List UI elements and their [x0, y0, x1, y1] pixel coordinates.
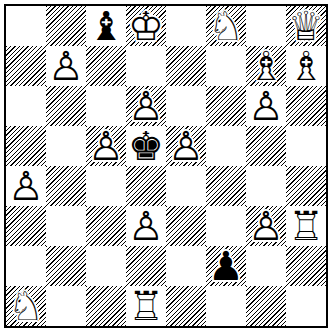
square-f3: [206, 206, 246, 246]
square-c2: [86, 246, 126, 286]
piece-glyph: ♙: [126, 206, 166, 246]
white-king-d8: ♚♔: [126, 6, 166, 46]
square-h1: [286, 286, 326, 326]
square-f6: [206, 86, 246, 126]
white-pawn-g6: ♟♙: [246, 86, 286, 126]
square-a7: [6, 46, 46, 86]
square-a5: [6, 126, 46, 166]
piece-glyph: ♙: [246, 206, 286, 246]
square-c4: [86, 166, 126, 206]
square-a6: [6, 86, 46, 126]
piece-glyph: ♖: [286, 206, 326, 246]
piece-glyph: ♙: [246, 86, 286, 126]
square-f7: [206, 46, 246, 86]
white-knight-a1: ♞♘: [6, 286, 46, 326]
square-h3: ♜♖: [286, 206, 326, 246]
white-pawn-e5: ♟♙: [166, 126, 206, 166]
square-d8: ♚♔: [126, 6, 166, 46]
square-f1: [206, 286, 246, 326]
square-f4: [206, 166, 246, 206]
white-pawn-g3: ♟♙: [246, 206, 286, 246]
square-d1: ♜♖: [126, 286, 166, 326]
square-e2: [166, 246, 206, 286]
square-a4: ♟♙: [6, 166, 46, 206]
square-c6: [86, 86, 126, 126]
square-a1: ♞♘: [6, 286, 46, 326]
piece-glyph: ♘: [206, 6, 246, 46]
white-pawn-d6: ♟♙: [126, 86, 166, 126]
square-d5: ♚♚: [126, 126, 166, 166]
piece-glyph: ♖: [126, 286, 166, 326]
white-bishop-h7: ♝♗: [286, 46, 326, 86]
square-c1: [86, 286, 126, 326]
square-g5: [246, 126, 286, 166]
square-g4: [246, 166, 286, 206]
piece-glyph: ♗: [246, 46, 286, 86]
piece-glyph: ♝: [86, 6, 126, 46]
square-c5: ♟♙: [86, 126, 126, 166]
square-b7: ♟♙: [46, 46, 86, 86]
square-b3: [46, 206, 86, 246]
square-e1: [166, 286, 206, 326]
square-b5: [46, 126, 86, 166]
white-pawn-b7: ♟♙: [46, 46, 86, 86]
square-b4: [46, 166, 86, 206]
white-pawn-c5: ♟♙: [86, 126, 126, 166]
square-d3: ♟♙: [126, 206, 166, 246]
square-g1: [246, 286, 286, 326]
piece-glyph: ♔: [126, 6, 166, 46]
square-g7: ♝♗: [246, 46, 286, 86]
piece-glyph: ♙: [86, 126, 126, 166]
white-rook-h3: ♜♖: [286, 206, 326, 246]
piece-glyph: ♚: [126, 126, 166, 166]
chess-diagram: ♝♝♚♔♞♘♛♕♟♙♝♗♝♗♟♙♟♙♟♙♚♚♟♙♟♙♟♙♟♙♜♖♟♟♞♘♜♖: [0, 0, 332, 332]
square-b6: [46, 86, 86, 126]
white-knight-f8: ♞♘: [206, 6, 246, 46]
square-f8: ♞♘: [206, 6, 246, 46]
square-e4: [166, 166, 206, 206]
square-d4: [126, 166, 166, 206]
square-d2: [126, 246, 166, 286]
piece-glyph: ♙: [166, 126, 206, 166]
square-f2: ♟♟: [206, 246, 246, 286]
square-g2: [246, 246, 286, 286]
square-h2: [286, 246, 326, 286]
square-b8: [46, 6, 86, 46]
square-g6: ♟♙: [246, 86, 286, 126]
square-d7: [126, 46, 166, 86]
square-b2: [46, 246, 86, 286]
square-c7: [86, 46, 126, 86]
square-h8: ♛♕: [286, 6, 326, 46]
square-a2: [6, 246, 46, 286]
square-e7: [166, 46, 206, 86]
square-d6: ♟♙: [126, 86, 166, 126]
black-pawn-f2: ♟♟: [206, 246, 246, 286]
square-h5: [286, 126, 326, 166]
square-c8: ♝♝: [86, 6, 126, 46]
black-king-d5: ♚♚: [126, 126, 166, 166]
square-g8: [246, 6, 286, 46]
square-h7: ♝♗: [286, 46, 326, 86]
square-h6: [286, 86, 326, 126]
square-a8: [6, 6, 46, 46]
square-c3: [86, 206, 126, 246]
white-pawn-a4: ♟♙: [6, 166, 46, 206]
square-g3: ♟♙: [246, 206, 286, 246]
piece-glyph: ♙: [126, 86, 166, 126]
square-f5: [206, 126, 246, 166]
white-bishop-g7: ♝♗: [246, 46, 286, 86]
black-bishop-c8: ♝♝: [86, 6, 126, 46]
piece-glyph: ♕: [286, 6, 326, 46]
white-rook-d1: ♜♖: [126, 286, 166, 326]
square-e3: [166, 206, 206, 246]
piece-glyph: ♙: [6, 166, 46, 206]
chess-board: ♝♝♚♔♞♘♛♕♟♙♝♗♝♗♟♙♟♙♟♙♚♚♟♙♟♙♟♙♟♙♜♖♟♟♞♘♜♖: [4, 4, 328, 328]
white-queen-h8: ♛♕: [286, 6, 326, 46]
square-b1: [46, 286, 86, 326]
piece-glyph: ♘: [6, 286, 46, 326]
piece-glyph: ♗: [286, 46, 326, 86]
square-e5: ♟♙: [166, 126, 206, 166]
piece-glyph: ♟: [206, 246, 246, 286]
square-a3: [6, 206, 46, 246]
square-h4: [286, 166, 326, 206]
piece-glyph: ♙: [46, 46, 86, 86]
square-e6: [166, 86, 206, 126]
white-pawn-d3: ♟♙: [126, 206, 166, 246]
square-e8: [166, 6, 206, 46]
